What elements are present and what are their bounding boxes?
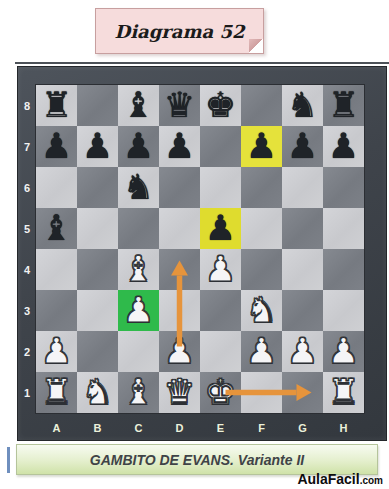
- square-a1: ♜: [36, 372, 77, 413]
- square-f2: ♟: [241, 331, 282, 372]
- square-c2: [118, 331, 159, 372]
- rank-labels: 87654321: [18, 85, 36, 413]
- square-b7: ♟: [77, 126, 118, 167]
- file-label-e: E: [200, 415, 241, 441]
- note-folded-corner-icon: [249, 39, 263, 53]
- black-pawn: ♟: [82, 126, 113, 167]
- white-bishop: ♝: [123, 372, 154, 413]
- square-h5: [323, 208, 364, 249]
- square-a7: ♟: [36, 126, 77, 167]
- rank-label-3: 3: [18, 290, 36, 331]
- board-grid: ♜♝♛♚♞♜♟♟♟♟♟♟♟♞♝♟♝♟♟♞♟♟♟♟♟♜♞♝♛♚♜: [36, 85, 364, 413]
- rank-label-8: 8: [18, 85, 36, 126]
- square-b2: [77, 331, 118, 372]
- square-e8: ♚: [200, 85, 241, 126]
- square-h3: [323, 290, 364, 331]
- file-label-b: B: [77, 415, 118, 441]
- square-g3: [282, 290, 323, 331]
- square-g1: [282, 372, 323, 413]
- rank-label-2: 2: [18, 331, 36, 372]
- black-bishop: ♝: [123, 85, 154, 126]
- square-g7: ♟: [282, 126, 323, 167]
- black-bishop: ♝: [41, 208, 72, 249]
- square-e4: ♟: [200, 249, 241, 290]
- brand-name: AulaFacil: [297, 471, 359, 487]
- square-h7: ♟: [323, 126, 364, 167]
- black-queen: ♛: [164, 85, 195, 126]
- black-pawn: ♟: [41, 126, 72, 167]
- chess-board: 87654321 ABCDEFGH ♜♝♛♚♞♜♟♟♟♟♟♟♟♞♝♟♝♟♟♞♟♟…: [17, 66, 387, 441]
- square-g2: ♟: [282, 331, 323, 372]
- caption-label: GAMBITO DE EVANS. Variante II: [90, 452, 304, 468]
- square-c4: ♝: [118, 249, 159, 290]
- file-label-g: G: [282, 415, 323, 441]
- square-e2: [200, 331, 241, 372]
- square-e5: ♟: [200, 208, 241, 249]
- square-g5: [282, 208, 323, 249]
- square-f7: ♟: [241, 126, 282, 167]
- black-pawn: ♟: [287, 126, 318, 167]
- square-d5: [159, 208, 200, 249]
- square-a6: [36, 167, 77, 208]
- file-label-d: D: [159, 415, 200, 441]
- square-b8: [77, 85, 118, 126]
- rank-label-6: 6: [18, 167, 36, 208]
- square-f5: [241, 208, 282, 249]
- square-e6: [200, 167, 241, 208]
- file-labels: ABCDEFGH: [36, 415, 364, 441]
- square-d7: ♟: [159, 126, 200, 167]
- black-pawn: ♟: [123, 126, 154, 167]
- black-pawn: ♟: [246, 126, 277, 167]
- square-c5: [118, 208, 159, 249]
- diagram-note: Diagrama 52: [95, 8, 264, 54]
- square-c3: ♟: [118, 290, 159, 331]
- white-pawn: ♟: [164, 331, 195, 372]
- rank-label-1: 1: [18, 372, 36, 413]
- square-b4: [77, 249, 118, 290]
- white-king: ♚: [205, 372, 236, 413]
- square-f1: [241, 372, 282, 413]
- black-pawn: ♟: [328, 126, 359, 167]
- file-label-h: H: [323, 415, 364, 441]
- square-d1: ♛: [159, 372, 200, 413]
- white-pawn: ♟: [205, 249, 236, 290]
- square-e3: [200, 290, 241, 331]
- square-c6: ♞: [118, 167, 159, 208]
- square-d6: [159, 167, 200, 208]
- white-pawn: ♟: [328, 331, 359, 372]
- square-b3: [77, 290, 118, 331]
- square-g6: [282, 167, 323, 208]
- file-label-a: A: [36, 415, 77, 441]
- square-h2: ♟: [323, 331, 364, 372]
- square-a2: ♟: [36, 331, 77, 372]
- white-knight: ♞: [82, 372, 113, 413]
- square-f3: ♞: [241, 290, 282, 331]
- square-d2: ♟: [159, 331, 200, 372]
- square-d3: [159, 290, 200, 331]
- black-knight: ♞: [123, 167, 154, 208]
- left-accent-bar: [7, 447, 10, 473]
- square-a8: ♜: [36, 85, 77, 126]
- black-rook: ♜: [328, 85, 359, 126]
- square-c1: ♝: [118, 372, 159, 413]
- rank-label-5: 5: [18, 208, 36, 249]
- square-b6: [77, 167, 118, 208]
- square-d8: ♛: [159, 85, 200, 126]
- black-pawn: ♟: [205, 208, 236, 249]
- square-h1: ♜: [323, 372, 364, 413]
- white-pawn: ♟: [287, 331, 318, 372]
- watermark-brand: AulaFacil.com: [297, 471, 383, 487]
- square-h4: [323, 249, 364, 290]
- black-pawn: ♟: [164, 126, 195, 167]
- square-f8: [241, 85, 282, 126]
- square-c8: ♝: [118, 85, 159, 126]
- header-divider: [15, 62, 389, 64]
- square-g8: ♞: [282, 85, 323, 126]
- square-f6: [241, 167, 282, 208]
- rank-label-4: 4: [18, 249, 36, 290]
- brand-suffix: .com: [360, 475, 383, 486]
- white-knight: ♞: [246, 290, 277, 331]
- rank-label-7: 7: [18, 126, 36, 167]
- black-knight: ♞: [287, 85, 318, 126]
- square-d4: [159, 249, 200, 290]
- square-b5: [77, 208, 118, 249]
- square-e7: [200, 126, 241, 167]
- white-rook: ♜: [328, 372, 359, 413]
- white-pawn: ♟: [246, 331, 277, 372]
- white-bishop: ♝: [123, 249, 154, 290]
- white-pawn: ♟: [41, 331, 72, 372]
- white-rook: ♜: [41, 372, 72, 413]
- square-e1: ♚: [200, 372, 241, 413]
- black-rook: ♜: [41, 85, 72, 126]
- square-a4: [36, 249, 77, 290]
- white-queen: ♛: [164, 372, 195, 413]
- square-f4: [241, 249, 282, 290]
- square-a5: ♝: [36, 208, 77, 249]
- square-a3: [36, 290, 77, 331]
- diagram-note-label: Diagrama 52: [115, 21, 245, 42]
- square-b1: ♞: [77, 372, 118, 413]
- square-c7: ♟: [118, 126, 159, 167]
- square-g4: [282, 249, 323, 290]
- file-label-f: F: [241, 415, 282, 441]
- square-h8: ♜: [323, 85, 364, 126]
- square-h6: [323, 167, 364, 208]
- white-pawn: ♟: [123, 290, 154, 331]
- black-king: ♚: [205, 85, 236, 126]
- file-label-c: C: [118, 415, 159, 441]
